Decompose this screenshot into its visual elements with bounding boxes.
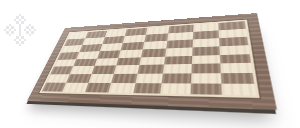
square-h3 <box>220 63 253 73</box>
square-c1 <box>85 83 111 93</box>
square-g2 <box>190 73 221 83</box>
square-h1 <box>221 84 256 96</box>
square-h4 <box>220 54 251 64</box>
square-e2 <box>135 74 163 84</box>
square-g1 <box>190 84 222 95</box>
square-d2 <box>111 74 138 83</box>
square-f1 <box>161 83 191 94</box>
square-f3 <box>163 64 191 74</box>
square-c2 <box>88 74 114 83</box>
square-d1 <box>108 83 135 93</box>
chessboard[interactable] <box>27 13 277 110</box>
square-d3 <box>113 65 139 74</box>
square-e3 <box>137 65 164 74</box>
chess-shop-watermark-logo <box>4 14 36 46</box>
square-f2 <box>162 74 191 84</box>
product-photo <box>0 0 300 128</box>
logo-cell <box>34 44 36 46</box>
square-h2 <box>220 73 254 84</box>
square-e1 <box>133 83 162 93</box>
board-playing-field <box>39 20 259 98</box>
square-g3 <box>191 64 221 74</box>
square-c3 <box>91 66 116 75</box>
